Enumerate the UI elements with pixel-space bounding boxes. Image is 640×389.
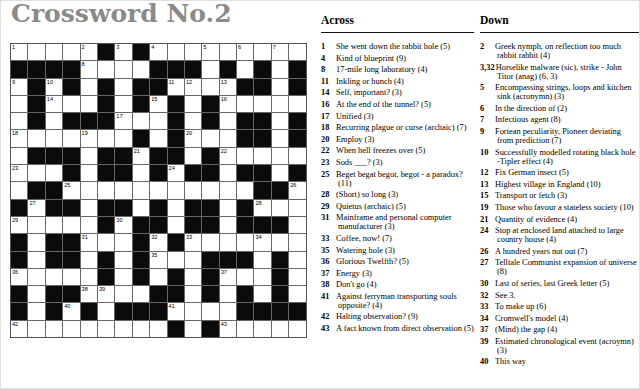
across-divider bbox=[321, 32, 474, 33]
cell-r5c3[interactable] bbox=[63, 130, 79, 146]
cell-r12c8[interactable]: 35 bbox=[150, 252, 166, 268]
cell-r10c0[interactable]: 29 bbox=[11, 217, 27, 233]
cell-r10c2[interactable] bbox=[46, 217, 62, 233]
cell-r3c15[interactable] bbox=[272, 96, 288, 112]
cell-r2c4[interactable] bbox=[81, 79, 97, 95]
black-cell-r6c1 bbox=[28, 148, 44, 164]
cell-r10c3[interactable] bbox=[63, 217, 79, 233]
cell-r10c6[interactable]: 30 bbox=[115, 217, 131, 233]
clue-across-33-text: Coffee, now! (7) bbox=[336, 234, 392, 243]
cell-r7c7[interactable] bbox=[133, 165, 149, 181]
cell-r11c12[interactable] bbox=[220, 234, 236, 250]
clue-down-30-text: Last of series, last Greek letter (5) bbox=[495, 279, 609, 288]
clue-down-24: 24Stop at enclosed land attached to larg… bbox=[480, 226, 639, 244]
cell-r14c4[interactable]: 38 bbox=[81, 286, 97, 302]
cell-r15c1[interactable] bbox=[28, 303, 44, 319]
cell-r12c10[interactable] bbox=[185, 252, 201, 268]
cell-r6c7[interactable]: 21 bbox=[133, 148, 149, 164]
clue-down-9: 9Fortean peculiarity, Pioneer deviating … bbox=[480, 127, 639, 145]
clue-down-34-text: Cromwell's model (4) bbox=[495, 314, 568, 323]
cell-r8c8[interactable] bbox=[150, 182, 166, 198]
cell-r9c14[interactable]: 28 bbox=[254, 200, 270, 216]
cell-r10c9[interactable] bbox=[168, 217, 184, 233]
clue-number-21: 21 bbox=[134, 148, 140, 154]
clue-across-23-text: Sods ___? (3) bbox=[336, 158, 383, 167]
black-cell-r7c5 bbox=[98, 165, 114, 181]
black-cell-r6c3 bbox=[63, 148, 79, 164]
cell-r3c16[interactable] bbox=[289, 96, 305, 112]
black-cell-r12c3 bbox=[63, 252, 79, 268]
cell-r13c16[interactable] bbox=[289, 269, 305, 285]
clue-across-16-number: 16 bbox=[321, 100, 335, 109]
cell-r7c12[interactable] bbox=[220, 165, 236, 181]
clue-down-39-number: 39 bbox=[480, 337, 494, 346]
cell-r16c3[interactable] bbox=[63, 321, 79, 337]
clue-down-32: 32See 3. bbox=[480, 291, 639, 300]
cell-r4c2[interactable] bbox=[46, 113, 62, 129]
cell-r7c0[interactable]: 23 bbox=[11, 165, 27, 181]
cell-r3c4[interactable] bbox=[81, 96, 97, 112]
clue-down-3-32: 3,32Horselike malware (sic), strike - Jo… bbox=[480, 63, 639, 81]
clue-number-10: 10 bbox=[47, 79, 53, 85]
clue-number-12: 12 bbox=[186, 79, 192, 85]
cell-r16c10[interactable] bbox=[185, 321, 201, 337]
clue-down-5-text: Encompassing strings, loops and kitchen … bbox=[495, 83, 632, 101]
cell-r6c12[interactable]: 22 bbox=[220, 148, 236, 164]
cell-r0c12[interactable] bbox=[220, 44, 236, 60]
cell-r1c7[interactable] bbox=[133, 61, 149, 77]
black-cell-r10c5 bbox=[98, 217, 114, 233]
cell-r11c6[interactable] bbox=[115, 234, 131, 250]
black-cell-r4c3 bbox=[63, 113, 79, 129]
black-cell-r9c3 bbox=[63, 200, 79, 216]
clue-down-37-number: 37 bbox=[480, 325, 494, 334]
cell-r16c4[interactable] bbox=[81, 321, 97, 337]
clue-number-7: 7 bbox=[273, 44, 276, 50]
cell-r5c2[interactable] bbox=[46, 130, 62, 146]
clue-across-36: 36Glorious Twelfth? (5) bbox=[321, 257, 474, 266]
clue-across-18-text: Recurring plague or curse (archaic) (7) bbox=[336, 123, 466, 132]
cell-r16c16[interactable] bbox=[289, 321, 305, 337]
cell-r8c3[interactable]: 25 bbox=[63, 182, 79, 198]
cell-r5c4[interactable]: 19 bbox=[81, 130, 97, 146]
clue-down-33: 33To make up (6) bbox=[480, 302, 639, 311]
black-cell-r3c11 bbox=[202, 96, 218, 112]
clue-down-19-text: Those who favour a stateless society (10… bbox=[495, 203, 634, 212]
cell-r2c6[interactable] bbox=[115, 79, 131, 95]
cell-r6c14[interactable] bbox=[254, 148, 270, 164]
clue-number-8: 8 bbox=[82, 61, 85, 67]
cell-r0c10[interactable] bbox=[185, 44, 201, 60]
cell-r0c4[interactable]: 2 bbox=[81, 44, 97, 60]
cell-r16c8[interactable] bbox=[150, 321, 166, 337]
cell-r7c15[interactable] bbox=[272, 165, 288, 181]
black-cell-r10c15 bbox=[272, 217, 288, 233]
cell-r1c4[interactable]: 8 bbox=[81, 61, 97, 77]
cell-r0c0[interactable]: 1 bbox=[11, 44, 27, 60]
clue-across-35-number: 35 bbox=[321, 246, 335, 255]
cell-r6c0[interactable] bbox=[11, 148, 27, 164]
clue-number-16: 16 bbox=[221, 96, 227, 102]
black-cell-r10c13 bbox=[237, 217, 253, 233]
cell-r9c7[interactable] bbox=[133, 200, 149, 216]
cell-r11c5[interactable] bbox=[98, 234, 114, 250]
clue-number-11: 11 bbox=[169, 79, 175, 85]
cell-r11c15[interactable] bbox=[272, 234, 288, 250]
cell-r13c13[interactable] bbox=[237, 269, 253, 285]
cell-r5c11[interactable] bbox=[202, 130, 218, 146]
cell-r14c6[interactable] bbox=[115, 286, 131, 302]
cell-r13c3[interactable] bbox=[63, 269, 79, 285]
clue-across-20: 20Employ (3) bbox=[321, 135, 474, 144]
clue-across-22-text: When hell freezes over (5) bbox=[336, 146, 425, 155]
clue-down-7: 7Infectious agent (8) bbox=[480, 115, 639, 124]
black-cell-r9c10 bbox=[185, 200, 201, 216]
cell-r14c14[interactable] bbox=[254, 286, 270, 302]
clue-down-30-number: 30 bbox=[480, 279, 494, 288]
cell-r13c0[interactable]: 36 bbox=[11, 269, 27, 285]
cell-r3c0[interactable] bbox=[11, 96, 27, 112]
clue-across-14: 14Self, important? (3) bbox=[321, 88, 474, 97]
cell-r5c0[interactable]: 18 bbox=[11, 130, 27, 146]
clue-across-31-text: Mainframe and personal computer manufact… bbox=[336, 213, 452, 231]
clue-down-39: 39Estimated chronological event (acroymn… bbox=[480, 337, 639, 355]
black-cell-r6c8 bbox=[150, 148, 166, 164]
black-cell-r15c6 bbox=[115, 303, 131, 319]
cell-r3c8[interactable]: 15 bbox=[150, 96, 166, 112]
cell-r2c10[interactable]: 12 bbox=[185, 79, 201, 95]
cell-r5c15[interactable] bbox=[272, 130, 288, 146]
cell-r9c15[interactable] bbox=[272, 200, 288, 216]
cell-r13c12[interactable]: 37 bbox=[220, 269, 236, 285]
cell-r0c6[interactable]: 3 bbox=[115, 44, 131, 60]
cell-r2c15[interactable] bbox=[272, 79, 288, 95]
clue-number-18: 18 bbox=[12, 130, 18, 136]
cell-r11c11[interactable] bbox=[202, 234, 218, 250]
cell-r6c4[interactable] bbox=[81, 148, 97, 164]
cell-r4c15[interactable] bbox=[272, 113, 288, 129]
cell-r3c2[interactable]: 14 bbox=[46, 96, 62, 112]
clue-number-17: 17 bbox=[116, 113, 122, 119]
cell-r8c5[interactable] bbox=[98, 182, 114, 198]
clue-down-26-text: A hundred years not out (7) bbox=[495, 247, 587, 256]
cell-r9c9[interactable] bbox=[168, 200, 184, 216]
cell-r12c1[interactable] bbox=[28, 252, 44, 268]
black-cell-r12c7 bbox=[133, 252, 149, 268]
cell-r15c5[interactable] bbox=[98, 303, 114, 319]
cell-r2c9[interactable]: 11 bbox=[168, 79, 184, 95]
black-cell-r2c7 bbox=[133, 79, 149, 95]
black-cell-r14c0 bbox=[11, 286, 27, 302]
cell-r11c8[interactable]: 32 bbox=[150, 234, 166, 250]
cell-r16c12[interactable]: 43 bbox=[220, 321, 236, 337]
cell-r14c5[interactable]: 39 bbox=[98, 286, 114, 302]
cell-r8c7[interactable] bbox=[133, 182, 149, 198]
cell-r0c16[interactable] bbox=[289, 44, 305, 60]
cell-r0c9[interactable] bbox=[168, 44, 184, 60]
cell-r8c13[interactable] bbox=[237, 182, 253, 198]
black-cell-r5c7 bbox=[133, 130, 149, 146]
cell-r13c6[interactable] bbox=[115, 269, 131, 285]
cell-r5c8[interactable] bbox=[150, 130, 166, 146]
clue-across-43: 43A fact known from direct observation (… bbox=[321, 324, 474, 333]
cell-r8c11[interactable] bbox=[202, 182, 218, 198]
black-cell-r15c4 bbox=[81, 303, 97, 319]
clue-down-30: 30Last of series, last Greek letter (5) bbox=[480, 279, 639, 288]
cell-r12c14[interactable] bbox=[254, 252, 270, 268]
cell-r10c16[interactable] bbox=[289, 217, 305, 233]
cell-r11c10[interactable]: 33 bbox=[185, 234, 201, 250]
clue-across-29-number: 29 bbox=[321, 202, 335, 211]
cell-r12c4[interactable] bbox=[81, 252, 97, 268]
cell-r10c1[interactable] bbox=[28, 217, 44, 233]
black-cell-r3c7 bbox=[133, 96, 149, 112]
clue-across-29-text: Quietus (archaic) (5) bbox=[336, 202, 406, 211]
cell-r4c7[interactable] bbox=[133, 113, 149, 129]
clue-across-36-text: Glorious Twelfth? (5) bbox=[336, 257, 409, 266]
black-cell-r2c1 bbox=[28, 79, 44, 95]
cell-r6c15[interactable] bbox=[272, 148, 288, 164]
black-cell-r5c13 bbox=[237, 130, 253, 146]
clue-down-34: 34Cromwell's model (4) bbox=[480, 314, 639, 323]
cell-r6c16[interactable] bbox=[289, 148, 305, 164]
clue-across-18: 18Recurring plague or curse (archaic) (7… bbox=[321, 123, 474, 132]
black-cell-r2c5 bbox=[98, 79, 114, 95]
clue-down-34-number: 34 bbox=[480, 314, 494, 323]
cell-r1c5[interactable] bbox=[98, 61, 114, 77]
cell-r16c5[interactable] bbox=[98, 321, 114, 337]
cell-r4c10[interactable] bbox=[185, 113, 201, 129]
clue-across-42: 42Halting observation? (9) bbox=[321, 312, 474, 321]
clue-number-38: 38 bbox=[82, 286, 88, 292]
black-cell-r9c6 bbox=[115, 200, 131, 216]
cell-r14c10[interactable] bbox=[185, 286, 201, 302]
black-cell-r3c9 bbox=[168, 96, 184, 112]
cell-r11c4[interactable]: 31 bbox=[81, 234, 97, 250]
cell-r9c12[interactable] bbox=[220, 200, 236, 216]
cell-r16c7[interactable] bbox=[133, 321, 149, 337]
cell-r0c1[interactable] bbox=[28, 44, 44, 60]
clue-across-41-text: Against ferryman transporting souls oppo… bbox=[336, 292, 457, 310]
cell-r13c2[interactable] bbox=[46, 269, 62, 285]
clue-down-10: 10Successfully modelled rotating black h… bbox=[480, 148, 639, 166]
clue-number-3: 3 bbox=[116, 44, 119, 50]
black-cell-r1c9 bbox=[168, 61, 184, 77]
cell-r4c12[interactable] bbox=[220, 113, 236, 129]
cell-r3c6[interactable] bbox=[115, 96, 131, 112]
cell-r0c11[interactable]: 5 bbox=[202, 44, 218, 60]
cell-r2c11[interactable] bbox=[202, 79, 218, 95]
black-cell-r15c14 bbox=[254, 303, 270, 319]
clue-number-32: 32 bbox=[151, 234, 157, 240]
cell-r2c2[interactable]: 10 bbox=[46, 79, 62, 95]
cell-r16c14[interactable] bbox=[254, 321, 270, 337]
cell-r5c5[interactable] bbox=[98, 130, 114, 146]
black-cell-r14c15 bbox=[272, 286, 288, 302]
cell-r4c0[interactable] bbox=[11, 113, 27, 129]
cell-r14c7[interactable] bbox=[133, 286, 149, 302]
cell-r15c11[interactable] bbox=[202, 303, 218, 319]
cell-r11c14[interactable]: 34 bbox=[254, 234, 270, 250]
cell-r8c10[interactable] bbox=[185, 182, 201, 198]
cell-r2c12[interactable]: 13 bbox=[220, 79, 236, 95]
cell-r4c8[interactable] bbox=[150, 113, 166, 129]
cell-r1c13[interactable] bbox=[237, 61, 253, 77]
cell-r5c6[interactable] bbox=[115, 130, 131, 146]
cell-r10c4[interactable] bbox=[81, 217, 97, 233]
cell-r10c12[interactable] bbox=[220, 217, 236, 233]
cell-r9c16[interactable] bbox=[289, 200, 305, 216]
black-cell-r8c2 bbox=[46, 182, 62, 198]
down-divider bbox=[480, 32, 639, 33]
clue-number-28: 28 bbox=[255, 200, 261, 206]
clue-across-1-number: 1 bbox=[321, 42, 335, 51]
black-cell-r2c13 bbox=[237, 79, 253, 95]
cell-r16c6[interactable] bbox=[115, 321, 131, 337]
cell-r13c4[interactable] bbox=[81, 269, 97, 285]
cell-r12c16[interactable] bbox=[289, 252, 305, 268]
cell-r1c6[interactable] bbox=[115, 61, 131, 77]
cell-r11c16[interactable] bbox=[289, 234, 305, 250]
cell-r8c12[interactable] bbox=[220, 182, 236, 198]
cell-r5c1[interactable] bbox=[28, 130, 44, 146]
cell-r16c0[interactable]: 42 bbox=[11, 321, 27, 337]
cell-r3c10[interactable] bbox=[185, 96, 201, 112]
cell-r0c8[interactable]: 4 bbox=[150, 44, 166, 60]
clue-across-14-text: Self, important? (3) bbox=[336, 88, 402, 97]
clue-down-37-text: (Mind) the gap (4) bbox=[495, 325, 557, 334]
cell-r0c3[interactable] bbox=[63, 44, 79, 60]
cell-r13c14[interactable] bbox=[254, 269, 270, 285]
black-cell-r4c14 bbox=[254, 113, 270, 129]
cell-r15c12[interactable] bbox=[220, 303, 236, 319]
cell-r11c13[interactable] bbox=[237, 234, 253, 250]
clue-across-42-number: 42 bbox=[321, 312, 335, 321]
clue-number-40: 40 bbox=[64, 303, 70, 309]
clue-across-4-number: 4 bbox=[321, 54, 335, 63]
cell-r0c2[interactable] bbox=[46, 44, 62, 60]
cell-r16c13[interactable] bbox=[237, 321, 253, 337]
clue-number-5: 5 bbox=[203, 44, 206, 50]
black-cell-r14c8 bbox=[150, 286, 166, 302]
cell-r13c10[interactable] bbox=[185, 269, 201, 285]
clue-down-19: 19Those who favour a stateless society (… bbox=[480, 203, 639, 212]
cell-r8c16[interactable]: 26 bbox=[289, 182, 305, 198]
cell-r9c1[interactable]: 27 bbox=[28, 200, 44, 216]
cell-r3c12[interactable]: 16 bbox=[220, 96, 236, 112]
black-cell-r4c1 bbox=[28, 113, 44, 129]
clue-across-25: 25Beget begat begot, begot - a paradox? … bbox=[321, 170, 474, 188]
cell-r15c9[interactable]: 41 bbox=[168, 303, 184, 319]
clue-across-41: 41Against ferryman transporting souls op… bbox=[321, 292, 474, 310]
cell-r16c2[interactable] bbox=[46, 321, 62, 337]
black-cell-r15c13 bbox=[237, 303, 253, 319]
cell-r0c15[interactable]: 7 bbox=[272, 44, 288, 60]
clue-down-13: 13Highest village in England (10) bbox=[480, 180, 639, 189]
clue-down-15-number: 15 bbox=[480, 191, 494, 200]
clue-number-22: 22 bbox=[221, 148, 227, 154]
clue-across-14-number: 14 bbox=[321, 88, 335, 97]
cell-r2c0[interactable]: 9 bbox=[11, 79, 27, 95]
cell-r13c1[interactable] bbox=[28, 269, 44, 285]
clue-across-43-number: 43 bbox=[321, 324, 335, 333]
cell-r14c12[interactable] bbox=[220, 286, 236, 302]
down-heading: Down bbox=[480, 14, 639, 26]
clue-down-2: 2Greek nymph, on reflection too much rab… bbox=[480, 42, 639, 60]
cell-r11c1[interactable] bbox=[28, 234, 44, 250]
cell-r0c14[interactable] bbox=[254, 44, 270, 60]
cell-r5c10[interactable]: 20 bbox=[185, 130, 201, 146]
cell-r3c14[interactable] bbox=[254, 96, 270, 112]
clue-number-25: 25 bbox=[64, 182, 70, 188]
cell-r1c15[interactable] bbox=[272, 61, 288, 77]
black-cell-r6c11 bbox=[202, 148, 218, 164]
cell-r14c1[interactable] bbox=[28, 286, 44, 302]
cell-r12c6[interactable] bbox=[115, 252, 131, 268]
cell-r14c16[interactable] bbox=[289, 286, 305, 302]
clue-down-3-32-number: 3,32 bbox=[480, 63, 495, 72]
black-cell-r7c8 bbox=[150, 165, 166, 181]
cell-r8c4[interactable] bbox=[81, 182, 97, 198]
cell-r12c9[interactable] bbox=[168, 252, 184, 268]
cell-r3c3[interactable] bbox=[63, 96, 79, 112]
clue-number-35: 35 bbox=[151, 252, 157, 258]
clue-across-28-text: (Short) so long (3) bbox=[336, 190, 398, 199]
cell-r15c10[interactable] bbox=[185, 303, 201, 319]
black-cell-r9c13 bbox=[237, 200, 253, 216]
clue-down-12-number: 12 bbox=[480, 168, 494, 177]
black-cell-r15c15 bbox=[272, 303, 288, 319]
clue-across-11: 11Inkling or hunch (4) bbox=[321, 77, 474, 86]
cell-r7c1[interactable] bbox=[28, 165, 44, 181]
cell-r8c9[interactable] bbox=[168, 182, 184, 198]
cell-r7c9[interactable]: 24 bbox=[168, 165, 184, 181]
black-cell-r6c2 bbox=[46, 148, 62, 164]
black-cell-r10c14 bbox=[254, 217, 270, 233]
clue-across-4-text: Kind of blueprint (9) bbox=[336, 54, 406, 63]
cell-r13c8[interactable] bbox=[150, 269, 166, 285]
cell-r16c1[interactable] bbox=[28, 321, 44, 337]
clue-down-10-text: Successfully modelled rotating black hol… bbox=[495, 148, 635, 166]
cell-r16c15[interactable] bbox=[272, 321, 288, 337]
cell-r7c2[interactable] bbox=[46, 165, 62, 181]
clue-number-41: 41 bbox=[169, 303, 175, 309]
cell-r5c12[interactable] bbox=[220, 130, 236, 146]
cell-r1c11[interactable] bbox=[202, 61, 218, 77]
black-cell-r9c0 bbox=[11, 200, 27, 216]
black-cell-r15c2 bbox=[46, 303, 62, 319]
cell-r15c3[interactable]: 40 bbox=[63, 303, 79, 319]
clue-number-29: 29 bbox=[12, 217, 18, 223]
cell-r8c6[interactable] bbox=[115, 182, 131, 198]
black-cell-r2c8 bbox=[150, 79, 166, 95]
cell-r4c6[interactable]: 17 bbox=[115, 113, 131, 129]
cell-r6c10[interactable] bbox=[185, 148, 201, 164]
cell-r6c13[interactable] bbox=[237, 148, 253, 164]
cell-r0c13[interactable]: 6 bbox=[237, 44, 253, 60]
clue-number-27: 27 bbox=[29, 200, 35, 206]
cell-r7c4[interactable] bbox=[81, 165, 97, 181]
clue-down-40: 40This way bbox=[480, 357, 639, 366]
cell-r3c13[interactable] bbox=[237, 96, 253, 112]
black-cell-r0c5 bbox=[98, 44, 114, 60]
black-cell-r9c5 bbox=[98, 200, 114, 216]
crossword-page: Crossword No.2 1234567891011121314151617… bbox=[0, 0, 640, 389]
cell-r9c4[interactable] bbox=[81, 200, 97, 216]
clue-across-37-text: Energy (3) bbox=[336, 269, 372, 278]
black-cell-r13c11 bbox=[202, 269, 218, 285]
cell-r8c0[interactable] bbox=[11, 182, 27, 198]
